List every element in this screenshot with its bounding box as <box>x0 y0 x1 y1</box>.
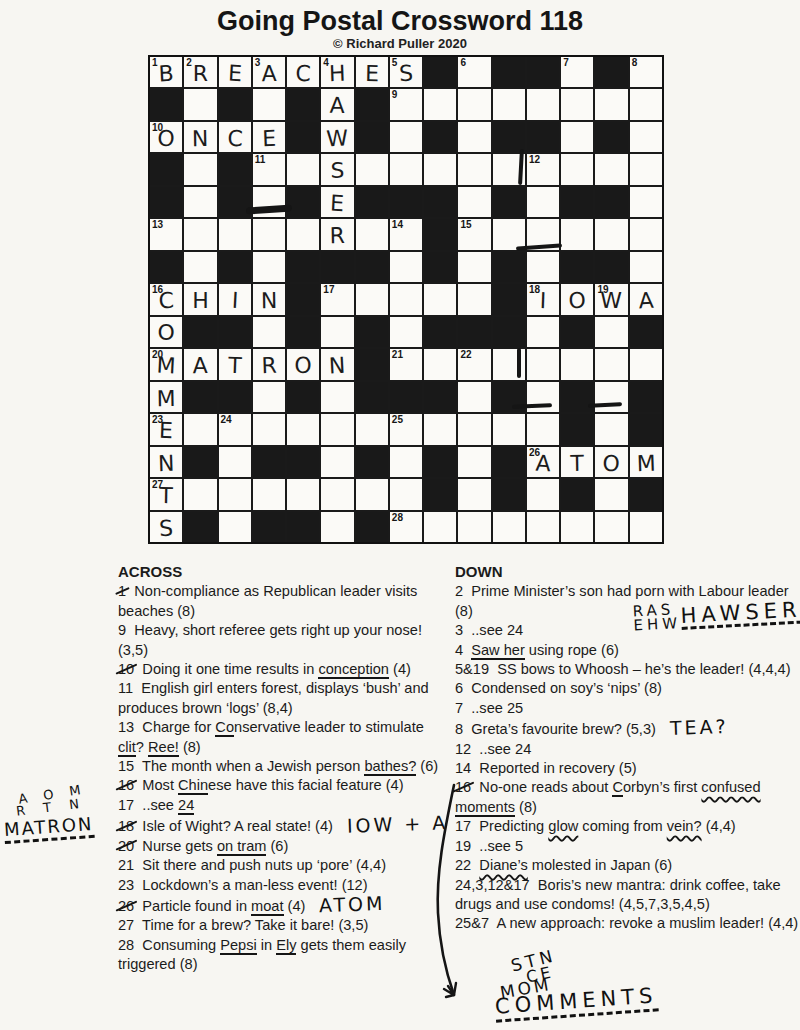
clue-24312&17: 24,3,12&17 Boris’s new mantra: drink cof… <box>455 876 800 915</box>
grid-cell-r8c14[interactable]: 19W <box>595 284 627 314</box>
clue-text: Predicting glow coming from vein? (4,4) <box>479 818 735 834</box>
grid-cell-r7c8[interactable] <box>390 252 422 282</box>
grid-cell-r3c15[interactable] <box>630 122 662 152</box>
grid-cell-r5c6[interactable]: E <box>321 187 353 217</box>
grid-cell-r8c5 <box>287 284 319 314</box>
grid-cell-r14c7[interactable] <box>356 479 388 509</box>
down-list: 2 Prime Minister’s son had porn with Lab… <box>455 582 800 933</box>
grid-cell-r2c1 <box>150 89 182 119</box>
grid-cell-r3c2[interactable]: N <box>184 122 216 152</box>
grid-cell-r6c9 <box>424 219 456 249</box>
grid-cell-r15c6[interactable] <box>321 512 353 542</box>
grid-cell-r8c6[interactable]: 17 <box>321 284 353 314</box>
clue-text: Condensed on soy’s ‘nips’ (8) <box>471 680 662 696</box>
grid-cell-r1c6[interactable]: 4H <box>321 57 353 87</box>
grid-cell-r11c2 <box>184 382 216 412</box>
grid-cell-r6c10[interactable]: 15 <box>458 219 490 249</box>
clue-27: 27 Time for a brew? Take it bare! (3,5) <box>118 916 452 935</box>
copyright-line: © Richard Puller 2020 <box>0 36 800 51</box>
grid-cell-r4c13[interactable] <box>561 154 593 184</box>
grid-cell-r8c15[interactable]: A <box>630 284 662 314</box>
grid-cell-r2c9[interactable] <box>424 89 456 119</box>
grid-cell-r9c12[interactable] <box>527 317 559 347</box>
grid-cell-r8c13[interactable]: O <box>561 284 593 314</box>
grid-cell-r14c4[interactable] <box>253 479 285 509</box>
grid-cell-r12c4[interactable] <box>253 414 285 444</box>
grid-cell-r7c6 <box>321 252 353 282</box>
handwritten-answer-note: TEA? <box>670 717 729 738</box>
handwritten-letter: R <box>252 349 285 381</box>
clue-number: 2 <box>455 582 463 601</box>
grid-cell-r1c12 <box>527 57 559 87</box>
clue-text: No-one reads about Corbyn’s first confus… <box>455 779 761 816</box>
grid-cell-r9c6[interactable] <box>321 317 353 347</box>
grid-cell-r15c14[interactable] <box>595 512 627 542</box>
grid-cell-r4c9[interactable] <box>424 154 456 184</box>
grid-cell-r13c12[interactable]: 26A <box>527 447 559 477</box>
handwritten-letter: W <box>321 121 355 153</box>
clue-text: ..see 24 <box>471 622 523 638</box>
pen-arrow <box>424 773 474 1023</box>
grid-cell-r2c10[interactable] <box>458 89 490 119</box>
clue-number: 20 <box>118 837 134 856</box>
grid-cell-r2c14[interactable] <box>595 89 627 119</box>
grid-cell-r8c1[interactable]: 16C <box>150 284 182 314</box>
cell-number: 24 <box>221 414 232 425</box>
clue-19: 19 ..see 5 <box>455 837 800 856</box>
handwritten-letter: A <box>321 89 354 120</box>
grid-cell-r6c6[interactable]: R <box>321 219 353 249</box>
grid-cell-r3c4[interactable]: E <box>253 122 285 152</box>
grid-cell-r7c15[interactable] <box>630 252 662 282</box>
grid-cell-r15c11[interactable] <box>493 512 525 542</box>
cell-number: 17 <box>323 284 334 295</box>
clue-7: 7 ..see 25 <box>455 699 800 718</box>
grid-cell-r1c8[interactable]: 5S <box>390 57 422 87</box>
grid-cell-r12c3[interactable]: 24 <box>219 414 251 444</box>
grid-cell-r13c5 <box>287 447 319 477</box>
grid-cell-r8c4[interactable]: N <box>253 284 285 314</box>
handwritten-letter: T <box>150 479 183 510</box>
grid-cell-r8c9[interactable] <box>424 284 456 314</box>
grid-cell-r15c15[interactable] <box>630 512 662 542</box>
grid-cell-r6c1[interactable]: 13 <box>150 219 182 249</box>
cell-number: 6 <box>460 57 466 68</box>
grid-cell-r6c11[interactable] <box>493 219 525 249</box>
grid-cell-r10c9[interactable] <box>424 349 456 379</box>
grid-cell-r1c1[interactable]: 1B <box>150 57 182 87</box>
across-clues: ACROSS 1 Non-compliance as Republican le… <box>118 562 452 975</box>
grid-cell-r6c3[interactable] <box>219 219 251 249</box>
grid-cell-r12c1[interactable]: 23E <box>150 414 182 444</box>
handwritten-letter: S <box>321 154 353 184</box>
grid-cell-r10c12[interactable] <box>527 349 559 379</box>
handwritten-letter: M <box>149 348 183 380</box>
clue-21: 21 Sit there and push nuts up ‘pore’ (4,… <box>118 856 452 875</box>
grid-cell-r11c1[interactable]: M <box>150 382 182 412</box>
grid-cell-r15c5 <box>287 512 319 542</box>
grid-cell-r9c8[interactable] <box>390 317 422 347</box>
clue-text: Greta’s favourite brew? (5,3) <box>471 721 656 737</box>
grid-cell-r2c3 <box>219 89 251 119</box>
grid-cell-r13c13[interactable]: T <box>561 447 593 477</box>
clue-number: 27 <box>118 916 134 935</box>
grid-cell-r2c4[interactable] <box>253 89 285 119</box>
grid-cell-r4c15[interactable] <box>630 154 662 184</box>
grid-cell-r10c10[interactable]: 22 <box>458 349 490 379</box>
grid-cell-r12c10[interactable] <box>458 414 490 444</box>
grid-cell-r15c13[interactable] <box>561 512 593 542</box>
grid-cell-r15c12[interactable] <box>527 512 559 542</box>
handwritten-answer-note: ATOM <box>319 894 386 916</box>
grid-cell-r13c8[interactable] <box>390 447 422 477</box>
grid-cell-r10c4[interactable]: R <box>253 349 285 379</box>
grid-cell-r9c1[interactable]: O <box>150 317 182 347</box>
grid-cell-r13c6[interactable] <box>321 447 353 477</box>
grid-cell-r14c14[interactable] <box>595 479 627 509</box>
clue-number: 11 <box>118 679 133 698</box>
grid-cell-r10c8[interactable]: 21 <box>390 349 422 379</box>
clue-28: 28 Consuming Pepsi in Ely gets them easi… <box>118 936 452 975</box>
clue-14: 14 Reported in recovery (5) <box>455 759 800 778</box>
cell-number: 7 <box>563 57 569 68</box>
grid-cell-r2c11[interactable] <box>493 89 525 119</box>
grid-cell-r15c7 <box>356 512 388 542</box>
clue-4: 4 Saw her using rope (6) <box>455 641 800 660</box>
grid-cell-r9c3 <box>219 317 251 347</box>
grid-cell-r13c10[interactable] <box>458 447 490 477</box>
grid-cell-r9c13 <box>561 317 593 347</box>
grid-cell-r9c9 <box>424 317 456 347</box>
grid-cell-r4c7[interactable] <box>356 154 388 184</box>
clue-26: 26 Particle found in moat (4)ATOM <box>118 895 452 916</box>
handwritten-letter: O <box>149 121 183 153</box>
handwritten-letter: O <box>150 317 182 347</box>
clue-text: Particle found in moat (4) <box>142 898 305 916</box>
grid-cell-r5c10[interactable] <box>458 187 490 217</box>
grid-cell-r2c2[interactable] <box>184 89 216 119</box>
clue-15: 15 The month when a Jewish person bathes… <box>118 757 452 776</box>
clue-number: 5&19 <box>455 660 489 679</box>
grid-cell-r10c7 <box>356 349 388 379</box>
clue-text: Doing it one time results in conception … <box>142 661 411 679</box>
grid-cell-r8c2[interactable]: H <box>184 284 216 314</box>
clue-text: Time for a brew? Take it bare! (3,5) <box>142 917 368 933</box>
grid-cell-r13c1[interactable]: N <box>150 447 182 477</box>
clue-number: 3 <box>455 621 463 640</box>
grid-cell-r8c8[interactable] <box>390 284 422 314</box>
clue-number: 7 <box>455 699 463 718</box>
grid-cell-r7c2[interactable] <box>184 252 216 282</box>
down-header: DOWN <box>455 562 800 581</box>
clue-number: 23 <box>118 876 134 895</box>
clue-number: 10 <box>118 660 134 679</box>
grid-cell-r14c10[interactable] <box>458 479 490 509</box>
grid-cell-r11c9 <box>424 382 456 412</box>
grid-cell-r7c4[interactable] <box>253 252 285 282</box>
grid-cell-r5c15[interactable] <box>630 187 662 217</box>
comments-scratch: STN CE MOM COMMENTS <box>495 938 658 1017</box>
grid-cell-r10c6[interactable]: N <box>321 349 353 379</box>
grid-cell-r5c14 <box>595 187 627 217</box>
handwritten-letter: A <box>253 57 286 88</box>
handwritten-letter: C <box>287 56 320 88</box>
grid-cell-r12c15 <box>630 414 662 444</box>
grid-cell-r13c2 <box>184 447 216 477</box>
grid-cell-r15c10[interactable] <box>458 512 490 542</box>
grid-cell-r3c1[interactable]: 10O <box>150 122 182 152</box>
grid-cell-r10c1[interactable]: 20M <box>150 349 182 379</box>
clue-number: 28 <box>118 936 134 955</box>
across-header: ACROSS <box>118 562 452 581</box>
grid-cell-r15c3[interactable] <box>219 512 251 542</box>
grid-cell-r12c5[interactable] <box>287 414 319 444</box>
grid-cell-r11c5 <box>287 382 319 412</box>
grid-cell-r8c7[interactable] <box>356 284 388 314</box>
grid-cell-r12c9[interactable] <box>424 414 456 444</box>
grid-cell-r6c14[interactable] <box>595 219 627 249</box>
clue-text: Charge for Conservative leader to stimul… <box>118 719 424 756</box>
grid-cell-r8c10[interactable] <box>458 284 490 314</box>
grid-cell-r15c2 <box>184 512 216 542</box>
grid-cell-r6c13[interactable] <box>561 219 593 249</box>
clue-number: 17 <box>118 796 134 815</box>
grid-cell-r11c6[interactable] <box>321 382 353 412</box>
grid-cell-r6c4[interactable] <box>253 219 285 249</box>
grid-cell-r12c6[interactable] <box>321 414 353 444</box>
clue-8: 8 Greta’s favourite brew? (5,3)TEA? <box>455 718 800 739</box>
grid-cell-r15c1[interactable]: S <box>150 512 182 542</box>
clue-text: ..see 5 <box>479 838 523 854</box>
grid-cell-r1c7[interactable]: E <box>356 57 388 87</box>
grid-cell-r12c2[interactable] <box>184 414 216 444</box>
grid-cell-r14c6[interactable] <box>321 479 353 509</box>
grid-cell-r10c3[interactable]: T <box>219 349 251 379</box>
grid-cell-r13c14[interactable]: O <box>595 447 627 477</box>
grid-cell-r7c11 <box>493 252 525 282</box>
grid-cell-r3c14 <box>595 122 627 152</box>
matron-scratch: A O M R T N MATRON <box>4 786 94 841</box>
grid-cell-r15c8[interactable]: 28 <box>390 512 422 542</box>
grid-cell-r14c2[interactable] <box>184 479 216 509</box>
grid-cell-r12c7[interactable] <box>356 414 388 444</box>
grid-cell-r3c10[interactable] <box>458 122 490 152</box>
clue-text: SS bows to Whoosh – he’s the leader! (4,… <box>497 661 790 677</box>
grid-cell-r10c13[interactable] <box>561 349 593 379</box>
grid-cell-r10c14[interactable] <box>595 349 627 379</box>
grid-cell-r1c10[interactable]: 6 <box>458 57 490 87</box>
grid-cell-r14c11 <box>493 479 525 509</box>
grid-cell-r3c8[interactable] <box>390 122 422 152</box>
grid-cell-r13c7 <box>356 447 388 477</box>
grid-cell-r4c14[interactable] <box>595 154 627 184</box>
grid-cell-r6c5[interactable] <box>287 219 319 249</box>
clue-number: 9 <box>118 621 126 640</box>
clue-number: 26 <box>118 897 134 916</box>
grid-cell-r12c13 <box>561 414 593 444</box>
grid-cell-r5c8 <box>390 187 422 217</box>
crossword-grid: 1B2RE3AC4HE5S678A910ONCEW11S12E13R141516… <box>148 55 664 544</box>
clue-23: 23 Lockdown’s a man-less event! (12) <box>118 876 452 895</box>
grid-cell-r12c11[interactable] <box>493 414 525 444</box>
down-clues: DOWN 2 Prime Minister’s son had porn wit… <box>455 562 800 934</box>
grid-cell-r3c9 <box>424 122 456 152</box>
clue-10: 10 Doing it one time results in concepti… <box>118 660 452 679</box>
grid-cell-r4c6[interactable]: S <box>321 154 353 184</box>
handwritten-letter: O <box>595 446 628 478</box>
cell-number: 22 <box>460 349 471 360</box>
handwritten-letter: O <box>561 284 594 316</box>
grid-cell-r4c10[interactable] <box>458 154 490 184</box>
grid-cell-r9c4[interactable] <box>253 317 285 347</box>
scanned-crossword-page: Going Postal Crossword 118 © Richard Pul… <box>0 0 800 1030</box>
clue-1: 1 Non-compliance as Republican leader vi… <box>118 582 452 621</box>
grid-cell-r9c10 <box>458 317 490 347</box>
grid-cell-r3c3[interactable]: C <box>219 122 251 152</box>
handwritten-letter: N <box>321 348 355 380</box>
grid-cell-r1c5[interactable]: C <box>287 57 319 87</box>
grid-cell-r2c13[interactable] <box>561 89 593 119</box>
grid-cell-r6c15[interactable] <box>630 219 662 249</box>
grid-cell-r7c12[interactable] <box>527 252 559 282</box>
grid-cell-r11c4[interactable] <box>253 382 285 412</box>
grid-cell-r15c9[interactable] <box>424 512 456 542</box>
grid-cell-r3c13[interactable] <box>561 122 593 152</box>
clue-number: 18 <box>118 817 134 836</box>
grid-cell-r4c12[interactable]: 12 <box>527 154 559 184</box>
grid-cell-r2c15[interactable] <box>630 89 662 119</box>
clue-number: 1 <box>118 582 126 601</box>
grid-cell-r7c9 <box>424 252 456 282</box>
grid-cell-r6c8[interactable]: 14 <box>390 219 422 249</box>
clue-22: 22 Diane’s molested in Japan (6) <box>455 856 800 875</box>
grid-cell-r14c5[interactable] <box>287 479 319 509</box>
clue-17: 17 Predicting glow coming from vein? (4,… <box>455 817 800 836</box>
grid-cell-r1c3[interactable]: E <box>219 57 251 87</box>
grid-cell-r1c13[interactable]: 7 <box>561 57 593 87</box>
grid-cell-r12c12[interactable] <box>527 414 559 444</box>
grid-cell-r10c5[interactable]: O <box>287 349 319 379</box>
grid-cell-r5c11 <box>493 187 525 217</box>
handwritten-letter: R <box>321 219 354 250</box>
grid-cell-r3c12 <box>527 122 559 152</box>
clue-16: 16 No-one reads about Corbyn’s first con… <box>455 778 800 817</box>
clue-number: 8 <box>455 720 463 739</box>
grid-cell-r14c8[interactable] <box>390 479 422 509</box>
grid-cell-r9c5 <box>287 317 319 347</box>
page-title: Going Postal Crossword 118 <box>0 6 800 37</box>
clue-6: 6 Condensed on soy’s ‘nips’ (8) <box>455 679 800 698</box>
grid-cell-r2c12[interactable] <box>527 89 559 119</box>
grid-cell-r1c4[interactable]: 3A <box>253 57 285 87</box>
clue-number: 16 <box>118 776 134 795</box>
grid-cell-r10c2[interactable]: A <box>184 349 216 379</box>
handwritten-letter: E <box>355 57 388 88</box>
clue-text: ..see 25 <box>471 700 523 716</box>
clue-9: 9 Heavy, short referee gets right up you… <box>118 621 452 660</box>
grid-cell-r15c4 <box>253 512 285 542</box>
clue-text: ..see 24 <box>479 741 531 757</box>
grid-cell-r11c14[interactable] <box>595 382 627 412</box>
grid-cell-r14c15 <box>630 479 662 509</box>
handwritten-letter: S <box>149 511 183 543</box>
grid-cell-r8c11 <box>493 284 525 314</box>
handwritten-letter: H <box>321 56 354 88</box>
cell-number: 13 <box>152 219 163 230</box>
cell-number: 12 <box>529 154 540 165</box>
handwritten-letter: I <box>526 284 559 316</box>
cell-number: 11 <box>255 154 266 165</box>
grid-cell-r5c1 <box>150 187 182 217</box>
grid-cell-r7c1 <box>150 252 182 282</box>
grid-cell-r13c3[interactable] <box>219 447 251 477</box>
grid-cell-r6c7[interactable] <box>356 219 388 249</box>
grid-cell-r9c11 <box>493 317 525 347</box>
grid-cell-r14c12[interactable] <box>527 479 559 509</box>
clue-11: 11 English girl enters forest, displays … <box>118 679 452 718</box>
grid-cell-r12c14[interactable] <box>595 414 627 444</box>
grid-cell-r4c4[interactable]: 11 <box>253 154 285 184</box>
grid-cell-r14c1[interactable]: 27T <box>150 479 182 509</box>
grid-cell-r2c6[interactable]: A <box>321 89 353 119</box>
grid-cell-r9c14[interactable] <box>595 317 627 347</box>
cell-number: 8 <box>632 57 638 68</box>
handwritten-letter: E <box>218 56 252 88</box>
grid-cell-r4c5[interactable] <box>287 154 319 184</box>
grid-cell-r3c7 <box>356 122 388 152</box>
handwritten-letter: O <box>287 349 320 380</box>
grid-cell-r3c6[interactable]: W <box>321 122 353 152</box>
grid-cell-r14c3[interactable] <box>219 479 251 509</box>
grid-cell-r4c8[interactable] <box>390 154 422 184</box>
grid-cell-r10c15[interactable] <box>630 349 662 379</box>
handwritten-letter: R <box>184 57 216 87</box>
handwritten-letter: C <box>149 283 183 315</box>
grid-cell-r2c8[interactable]: 9 <box>390 89 422 119</box>
grid-cell-r1c2[interactable]: 2R <box>184 57 216 87</box>
across-list: 1 Non-compliance as Republican leader vi… <box>118 582 452 974</box>
clue-13: 13 Charge for Conservative leader to sti… <box>118 718 452 757</box>
grid-cell-r1c15[interactable]: 8 <box>630 57 662 87</box>
grid-cell-r5c2[interactable] <box>184 187 216 217</box>
handwritten-letter: T <box>218 349 251 381</box>
clue-number: 21 <box>118 856 134 875</box>
grid-cell-r5c7 <box>356 187 388 217</box>
grid-cell-r9c15 <box>630 317 662 347</box>
pen-stroke-vertical-2 <box>517 348 521 378</box>
clue-text: Diane’s molested in Japan (6) <box>479 857 672 873</box>
handwritten-letter: M <box>629 446 662 478</box>
cell-number: 15 <box>460 219 471 230</box>
grid-cell-r11c10[interactable] <box>458 382 490 412</box>
grid-cell-r8c3[interactable]: I <box>219 284 251 314</box>
matron-scratch-word: MATRON <box>3 813 94 844</box>
grid-cell-r5c9 <box>424 187 456 217</box>
grid-cell-r4c2[interactable] <box>184 154 216 184</box>
grid-cell-r8c12[interactable]: 18I <box>527 284 559 314</box>
grid-cell-r3c11 <box>493 122 525 152</box>
grid-cell-r2c5 <box>287 89 319 119</box>
grid-cell-r11c7 <box>356 382 388 412</box>
grid-cell-r2c7 <box>356 89 388 119</box>
grid-cell-r6c2[interactable] <box>184 219 216 249</box>
grid-cell-r5c12[interactable] <box>527 187 559 217</box>
clue-number: 13 <box>118 718 134 737</box>
grid-cell-r4c3 <box>219 154 251 184</box>
grid-cell-r7c10[interactable] <box>458 252 490 282</box>
grid-cell-r13c15[interactable]: M <box>630 447 662 477</box>
grid-cell-r12c8[interactable]: 25 <box>390 414 422 444</box>
